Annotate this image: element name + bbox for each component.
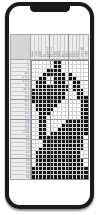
row-clue-number: 2 xyxy=(27,116,29,119)
row-clue-number: 9 xyxy=(25,96,27,99)
col-clue-number: 3 xyxy=(32,55,34,58)
row-clue-number: 3 xyxy=(27,96,29,99)
row-clue-number: 8 xyxy=(25,100,27,103)
row-clue-number: 2 xyxy=(27,80,29,83)
col-clue-number: 8 xyxy=(39,55,41,58)
row-clue-number: 9 xyxy=(25,84,27,87)
col-clue-number: 3 xyxy=(81,55,83,58)
col-clue-number: 14 xyxy=(61,55,64,58)
board-cell-r30-c15[interactable] xyxy=(84,175,88,179)
row-clue-number: 6 xyxy=(27,120,29,123)
nonogram-puzzle: 4387168272811271212121113714215215415515… xyxy=(10,34,89,180)
col-clue-number: 12 xyxy=(50,55,53,58)
row-clue-number: 3 xyxy=(25,80,27,83)
row-clue-number: 2 xyxy=(22,76,24,79)
row-clue-number: 15 xyxy=(26,176,29,179)
row-clue-number: 2 xyxy=(27,84,29,87)
row-clue-number: 10 xyxy=(23,88,26,91)
column-clues-panel: 4387168272811271212121113714215215415515… xyxy=(31,34,89,60)
col-clue-number: 15 xyxy=(73,55,76,58)
phone-mockup: 4387168272811271212121113714215215415515… xyxy=(5,2,94,209)
clue-corner-block xyxy=(10,34,31,60)
row-clues-panel: 2246123233292103929382625232222627282101… xyxy=(10,60,31,180)
col-clue-number: 3 xyxy=(85,55,87,58)
row-clue-number: 13 xyxy=(26,159,29,162)
row-clue-number: 10 xyxy=(26,131,29,134)
row-clue-number: 4 xyxy=(27,68,29,71)
col-clue-number: 15 xyxy=(77,55,80,58)
row-clue-number: 13 xyxy=(26,163,29,166)
row-clue-number: 2 xyxy=(27,64,29,67)
row-clue-number: 2 xyxy=(25,120,27,123)
col-clue-number: 7 xyxy=(35,55,37,58)
row-clue-number: 2 xyxy=(25,128,27,131)
col-clue-number: 11 xyxy=(46,55,49,58)
row-clue-number: 2 xyxy=(25,124,27,127)
row-clue-number: 2 xyxy=(23,131,25,134)
row-clue-number: 2 xyxy=(27,100,29,103)
row-clue-number: 7 xyxy=(27,124,29,127)
row-clue-number: 2 xyxy=(27,108,29,111)
col-clue-number: 27 xyxy=(42,55,45,58)
row-clue-number: 15 xyxy=(26,171,29,174)
row-clue-number: 6 xyxy=(25,104,27,107)
row-clue-number: 2 xyxy=(27,104,29,107)
row-clue-number: 12 xyxy=(26,155,29,158)
phone-notch xyxy=(30,5,70,12)
row-clue-number: 2 xyxy=(27,76,29,79)
row-clue-number: 3 xyxy=(27,88,29,91)
col-clue-number: 15 xyxy=(69,55,72,58)
row-clue-number: 3 xyxy=(25,76,27,79)
row-clue-number: 11 xyxy=(26,139,29,142)
row-clue-number: 3 xyxy=(22,80,24,83)
row-clue-number: 5 xyxy=(25,108,27,111)
row-clue-number: 12 xyxy=(26,151,29,154)
row-clue-number: 12 xyxy=(26,147,29,150)
col-clue-number: 15 xyxy=(65,55,68,58)
row-clue-number: 1 xyxy=(27,72,29,75)
screenshot-canvas: 4387168272811271212121113714215215415515… xyxy=(0,0,99,215)
nonogram-board xyxy=(31,60,89,180)
col-clue-number: 12 xyxy=(54,55,57,58)
col-clue-number: 13 xyxy=(58,55,61,58)
row-clue-number: 2 xyxy=(27,92,29,95)
row-clue-number: 12 xyxy=(26,135,29,138)
row-clue-30: 15 xyxy=(11,175,30,179)
row-clue-number: 8 xyxy=(27,128,29,131)
row-clue-number: 2 xyxy=(25,116,27,119)
row-clue-number: 2 xyxy=(27,112,29,115)
col-clue-15: 103 xyxy=(84,35,88,59)
row-clue-number: 3 xyxy=(25,112,27,115)
row-clue-number: 6 xyxy=(25,72,27,75)
row-clue-number: 15 xyxy=(26,167,29,170)
row-clue-number: 9 xyxy=(25,92,27,95)
row-clue-number: 11 xyxy=(26,143,29,146)
row-clue-number: 2 xyxy=(27,60,29,63)
